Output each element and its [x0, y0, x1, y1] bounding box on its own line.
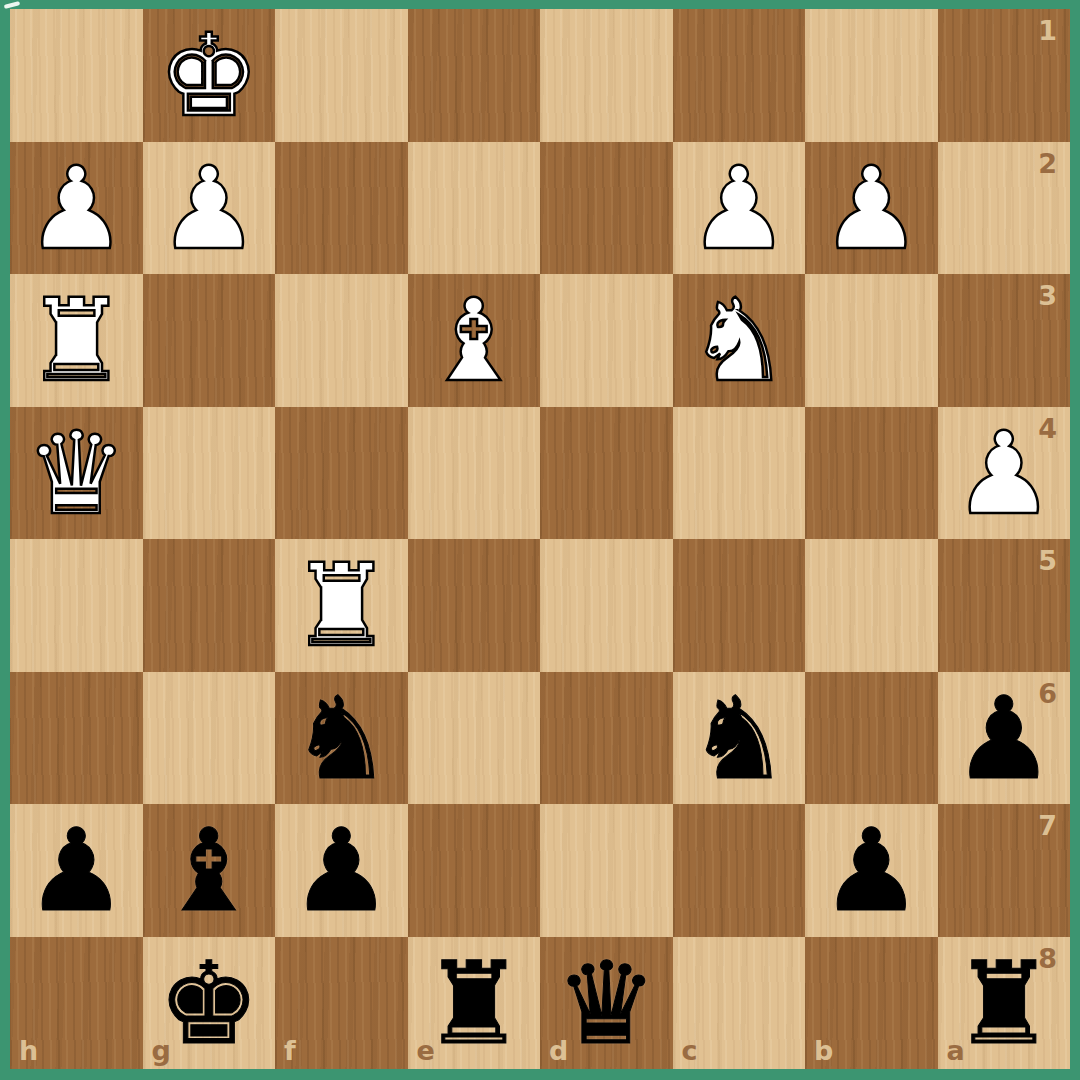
- file-label-d: d: [549, 1037, 568, 1064]
- square-a6[interactable]: ♟6: [938, 672, 1071, 805]
- square-a5[interactable]: 5: [938, 539, 1071, 672]
- file-label-g: g: [152, 1037, 171, 1064]
- piece-black-rook[interactable]: ♜: [423, 947, 525, 1061]
- rank-label-3: 3: [1038, 282, 1057, 309]
- square-e5[interactable]: [408, 539, 541, 672]
- square-g8[interactable]: ♚g: [143, 937, 276, 1070]
- square-c2[interactable]: ♟: [673, 142, 806, 275]
- square-g5[interactable]: [143, 539, 276, 672]
- file-label-c: c: [682, 1037, 698, 1064]
- square-e3[interactable]: ♝: [408, 274, 541, 407]
- square-d6[interactable]: [540, 672, 673, 805]
- square-a8[interactable]: ♜8a: [938, 937, 1071, 1070]
- rank-label-6: 6: [1038, 680, 1057, 707]
- square-e2[interactable]: [408, 142, 541, 275]
- chess-app-screen: ♚1♟♟♟♟2♜♝♞3♛♟4♜5♞♞♟6♟♝♟♟7h♚gf♜e♛dcb♜8a: [0, 0, 1080, 1080]
- square-e7[interactable]: [408, 804, 541, 937]
- square-g2[interactable]: ♟: [143, 142, 276, 275]
- square-d7[interactable]: [540, 804, 673, 937]
- square-f5[interactable]: ♜: [275, 539, 408, 672]
- square-f7[interactable]: ♟: [275, 804, 408, 937]
- square-h3[interactable]: ♜: [10, 274, 143, 407]
- square-b3[interactable]: [805, 274, 938, 407]
- square-h6[interactable]: [10, 672, 143, 805]
- square-c4[interactable]: [673, 407, 806, 540]
- square-h7[interactable]: ♟: [10, 804, 143, 937]
- rank-label-2: 2: [1038, 150, 1057, 177]
- screen-artifact: [4, 1, 20, 9]
- square-c3[interactable]: ♞: [673, 274, 806, 407]
- square-e8[interactable]: ♜e: [408, 937, 541, 1070]
- piece-white-pawn[interactable]: ♟: [688, 152, 790, 266]
- square-c8[interactable]: c: [673, 937, 806, 1070]
- piece-white-knight[interactable]: ♞: [688, 284, 790, 398]
- square-f1[interactable]: [275, 9, 408, 142]
- square-a3[interactable]: 3: [938, 274, 1071, 407]
- file-label-a: a: [947, 1037, 965, 1064]
- piece-white-rook[interactable]: ♜: [25, 284, 127, 398]
- square-e6[interactable]: [408, 672, 541, 805]
- square-g3[interactable]: [143, 274, 276, 407]
- file-label-b: b: [814, 1037, 833, 1064]
- square-h5[interactable]: [10, 539, 143, 672]
- piece-white-pawn[interactable]: ♟: [158, 152, 260, 266]
- piece-white-pawn[interactable]: ♟: [25, 152, 127, 266]
- chess-board: ♚1♟♟♟♟2♜♝♞3♛♟4♜5♞♞♟6♟♝♟♟7h♚gf♜e♛dcb♜8a: [10, 9, 1070, 1069]
- piece-black-pawn[interactable]: ♟: [820, 814, 922, 928]
- square-g1[interactable]: ♚: [143, 9, 276, 142]
- square-b8[interactable]: b: [805, 937, 938, 1070]
- piece-white-bishop[interactable]: ♝: [423, 284, 525, 398]
- file-label-e: e: [417, 1037, 435, 1064]
- square-a2[interactable]: 2: [938, 142, 1071, 275]
- piece-white-pawn[interactable]: ♟: [820, 152, 922, 266]
- square-h4[interactable]: ♛: [10, 407, 143, 540]
- square-c5[interactable]: [673, 539, 806, 672]
- rank-label-5: 5: [1038, 547, 1057, 574]
- square-g6[interactable]: [143, 672, 276, 805]
- square-h2[interactable]: ♟: [10, 142, 143, 275]
- piece-black-pawn[interactable]: ♟: [290, 814, 392, 928]
- square-f4[interactable]: [275, 407, 408, 540]
- square-d5[interactable]: [540, 539, 673, 672]
- square-d4[interactable]: [540, 407, 673, 540]
- square-f3[interactable]: [275, 274, 408, 407]
- square-b4[interactable]: [805, 407, 938, 540]
- square-b7[interactable]: ♟: [805, 804, 938, 937]
- piece-black-queen[interactable]: ♛: [555, 947, 657, 1061]
- piece-white-rook[interactable]: ♜: [290, 549, 392, 663]
- square-g7[interactable]: ♝: [143, 804, 276, 937]
- square-e1[interactable]: [408, 9, 541, 142]
- square-f2[interactable]: [275, 142, 408, 275]
- square-f6[interactable]: ♞: [275, 672, 408, 805]
- piece-white-queen[interactable]: ♛: [25, 417, 127, 531]
- square-d2[interactable]: [540, 142, 673, 275]
- piece-black-knight[interactable]: ♞: [290, 682, 392, 796]
- square-d1[interactable]: [540, 9, 673, 142]
- square-a1[interactable]: 1: [938, 9, 1071, 142]
- square-d8[interactable]: ♛d: [540, 937, 673, 1070]
- square-h1[interactable]: [10, 9, 143, 142]
- square-b6[interactable]: [805, 672, 938, 805]
- piece-black-king[interactable]: ♚: [158, 947, 260, 1061]
- square-d3[interactable]: [540, 274, 673, 407]
- square-c6[interactable]: ♞: [673, 672, 806, 805]
- piece-white-king[interactable]: ♚: [158, 19, 260, 133]
- square-e4[interactable]: [408, 407, 541, 540]
- square-b1[interactable]: [805, 9, 938, 142]
- square-b2[interactable]: ♟: [805, 142, 938, 275]
- piece-black-knight[interactable]: ♞: [688, 682, 790, 796]
- rank-label-8: 8: [1038, 945, 1057, 972]
- piece-black-pawn[interactable]: ♟: [25, 814, 127, 928]
- rank-label-4: 4: [1038, 415, 1057, 442]
- square-c7[interactable]: [673, 804, 806, 937]
- square-c1[interactable]: [673, 9, 806, 142]
- file-label-h: h: [19, 1037, 38, 1064]
- square-f8[interactable]: f: [275, 937, 408, 1070]
- square-a7[interactable]: 7: [938, 804, 1071, 937]
- square-a4[interactable]: ♟4: [938, 407, 1071, 540]
- piece-black-bishop[interactable]: ♝: [158, 814, 260, 928]
- rank-label-7: 7: [1038, 812, 1057, 839]
- file-label-f: f: [284, 1037, 296, 1064]
- square-g4[interactable]: [143, 407, 276, 540]
- square-b5[interactable]: [805, 539, 938, 672]
- square-h8[interactable]: h: [10, 937, 143, 1070]
- rank-label-1: 1: [1038, 17, 1057, 44]
